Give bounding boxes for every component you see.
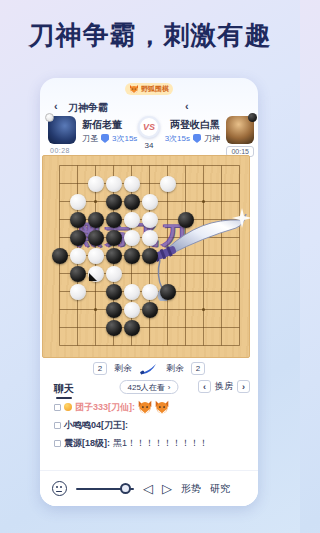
chat-bubble-icon [54, 422, 61, 429]
white-stone [88, 176, 104, 192]
app-logo-chip: 野狐围棋 [125, 83, 173, 95]
app-logo: 野狐围棋 [40, 83, 258, 95]
black-stone [142, 302, 158, 318]
nav-title: 刀神争霸 [68, 101, 108, 115]
chat-sender: 震源[18级]: [64, 437, 110, 450]
star-point [94, 200, 97, 203]
left-player-avatar [48, 116, 76, 144]
white-stone [124, 302, 140, 318]
white-stone [106, 266, 122, 282]
tab-chat[interactable]: 聊天 [54, 382, 74, 399]
chat-sender: 小鸣鸣04[刀王]: [64, 419, 128, 432]
right-player-name: 两登收白黑 [170, 118, 220, 132]
chat-text: 黑1！！！！！！！！！ [113, 437, 208, 450]
black-stone [70, 212, 86, 228]
black-stone [124, 194, 140, 210]
black-stone [70, 230, 86, 246]
dagger-icon [139, 362, 159, 375]
black-stone [88, 212, 104, 228]
right-player-avatar [226, 116, 254, 144]
star-point [202, 308, 205, 311]
white-stone [124, 212, 140, 228]
white-stone [142, 230, 158, 246]
black-stone [160, 284, 176, 300]
black-stone [106, 320, 122, 336]
chat-message: 团子333[刀仙]: [54, 400, 246, 414]
black-stone [106, 194, 122, 210]
left-player-rank: 刀圣 [82, 133, 98, 144]
black-stone [70, 266, 86, 282]
prev-room-button[interactable]: ‹ [198, 380, 211, 393]
next-move-button[interactable]: ▷ [162, 482, 172, 495]
viewers-pill[interactable]: 425人在看 › [119, 380, 178, 394]
white-stone [124, 230, 140, 246]
left-time-rule: 3次15s [112, 133, 137, 144]
left-remaining-label: 剩余 [114, 362, 132, 375]
black-stone [106, 212, 122, 228]
star-point [94, 308, 97, 311]
move-counter: 34 [138, 141, 160, 150]
nav-bar: ‹ 刀神争霸 ‹ [40, 100, 258, 114]
left-remaining-count: 2 [93, 362, 107, 375]
vip-badge-icon [64, 403, 72, 411]
chat-bubble-icon [54, 404, 61, 411]
viewers-count: 425人在看 [127, 382, 164, 393]
triangle-marker [89, 273, 97, 281]
black-stone [106, 284, 122, 300]
black-stone [124, 248, 140, 264]
chat-message-list: 团子333[刀仙]:小鸣鸣04[刀王]:震源[18级]:黑1！！！！！！！！！ [54, 400, 246, 455]
white-stone [70, 284, 86, 300]
fox-logo-icon [129, 84, 139, 94]
next-room-button[interactable]: › [237, 380, 250, 393]
black-stone [178, 212, 194, 228]
emoji-face-icon[interactable] [52, 481, 67, 496]
white-stone [124, 284, 140, 300]
promo-banner-title: 刀神争霸，刺激有趣 [0, 18, 300, 53]
star-point [202, 200, 205, 203]
black-stone [106, 230, 122, 246]
white-stone [88, 266, 104, 282]
black-stone [88, 230, 104, 246]
social-row: 聊天 425人在看 › ‹ 换房 › [40, 380, 258, 398]
black-stone [124, 320, 140, 336]
chat-sender: 团子333[刀仙]: [75, 401, 135, 414]
left-player-clock: 00:28 [50, 147, 70, 154]
slider-knob[interactable] [120, 483, 131, 494]
fox-emoji [138, 400, 152, 414]
right-player-rank: 刀神 [204, 133, 220, 144]
white-stone [142, 194, 158, 210]
white-stone [70, 248, 86, 264]
research-button[interactable]: 研究 [210, 482, 230, 496]
black-stone [142, 248, 158, 264]
vs-block: VS 34 [138, 116, 160, 150]
prev-move-button[interactable]: ◁ [143, 482, 153, 495]
black-stone-badge [248, 113, 257, 122]
phone-mockup: 野狐围棋 ‹ 刀神争霸 ‹ 新佰老董 刀圣 3次15s 00:28 VS 34 … [40, 78, 258, 506]
move-slider[interactable] [76, 483, 134, 495]
black-stone [106, 302, 122, 318]
right-remaining-count: 2 [191, 362, 205, 375]
app-logo-text: 野狐围棋 [141, 84, 169, 94]
captures-row: 2 剩余 剩余 2 [40, 362, 258, 375]
white-stone [142, 212, 158, 228]
white-stone-badge [45, 113, 54, 122]
right-time-rule: 3次15s [165, 133, 190, 144]
white-stone [160, 176, 176, 192]
back-chevron-icon[interactable]: ‹ [54, 100, 58, 112]
white-stone [70, 194, 86, 210]
right-remaining-label: 剩余 [166, 362, 184, 375]
black-stone [106, 248, 122, 264]
vs-badge: VS [138, 116, 160, 138]
chat-bubble-icon [54, 440, 61, 447]
player-info-bar: 新佰老董 刀圣 3次15s 00:28 VS 34 两登收白黑 3次15s 刀神… [40, 114, 258, 160]
go-board[interactable]: 黑方飞刀 [42, 155, 250, 358]
black-stone [52, 248, 68, 264]
white-stone [88, 248, 104, 264]
chat-message: 震源[18级]:黑1！！！！！！！！！ [54, 437, 246, 450]
room-switcher: ‹ 换房 › [198, 380, 250, 393]
room-switch-label: 换房 [215, 380, 233, 393]
white-stone [106, 176, 122, 192]
shield-badge-icon [101, 134, 109, 143]
white-stone [142, 284, 158, 300]
left-player-sub: 刀圣 3次15s [82, 133, 137, 144]
playback-toolbar: ◁ ▷ 形势 研究 [40, 470, 258, 506]
chevron-right-icon: › [168, 383, 171, 392]
collapse-chevron-icon[interactable]: ‹ [185, 100, 189, 112]
situation-button[interactable]: 形势 [181, 482, 201, 496]
chat-message: 小鸣鸣04[刀王]: [54, 419, 246, 432]
right-player-sub: 3次15s 刀神 [165, 133, 220, 144]
shield-badge-icon [193, 134, 201, 143]
white-stone [124, 176, 140, 192]
left-player-name: 新佰老董 [82, 118, 122, 132]
fox-emoji [155, 400, 169, 414]
